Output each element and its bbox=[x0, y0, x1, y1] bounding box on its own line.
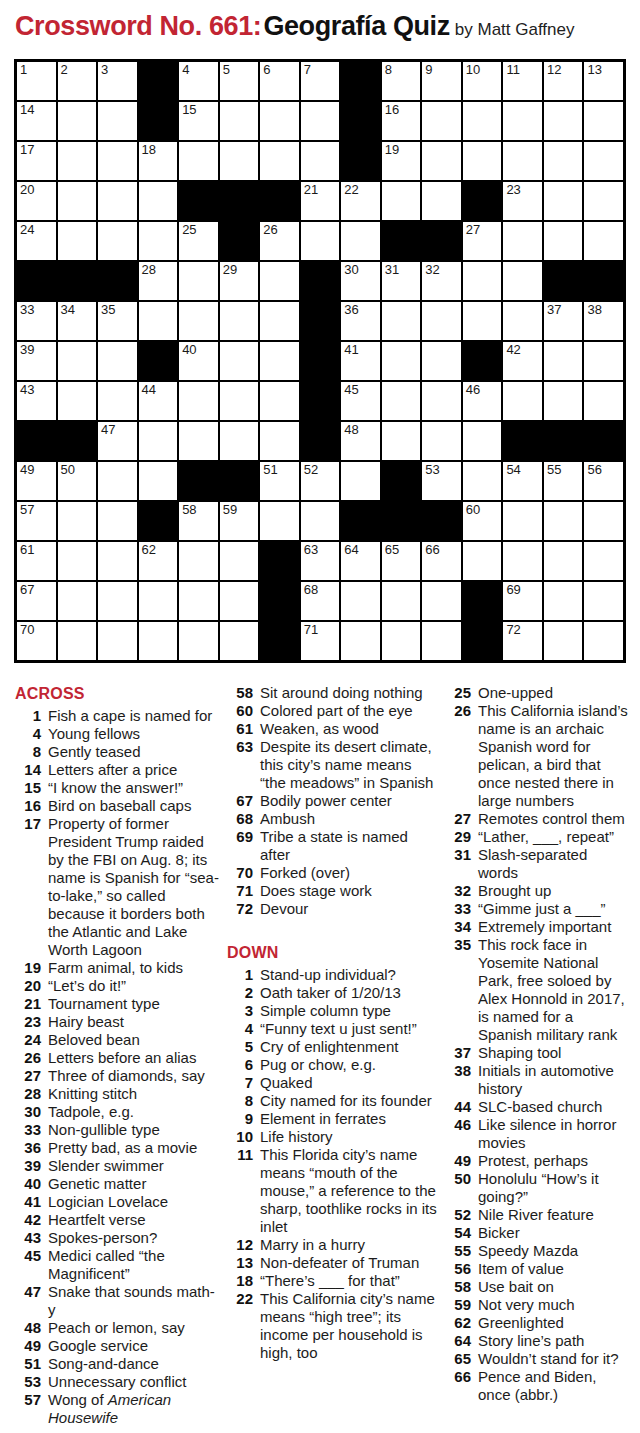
grid-cell-r11c9[interactable] bbox=[341, 462, 380, 500]
cell-number: 46 bbox=[466, 382, 480, 398]
grid-cell-r12c3[interactable] bbox=[98, 502, 137, 540]
clue-text: Hairy beast bbox=[48, 1013, 220, 1031]
grid-cell-r4c9[interactable]: 22 bbox=[341, 182, 380, 220]
clue-number: 16 bbox=[14, 797, 48, 815]
clue-text: Weaken, as wood bbox=[260, 720, 438, 738]
grid-cell-r1c6[interactable]: 5 bbox=[220, 62, 259, 100]
grid-cell-r13c15[interactable] bbox=[584, 542, 623, 580]
grid-cell-r5c14[interactable] bbox=[544, 222, 583, 260]
grid-cell-r4c1[interactable]: 20 bbox=[17, 182, 56, 220]
grid-cell-r6c11[interactable]: 32 bbox=[422, 262, 461, 300]
grid-cell-r4c10[interactable] bbox=[382, 182, 421, 220]
grid-cell-r9c5[interactable] bbox=[179, 382, 218, 420]
grid-cell-r1c1[interactable]: 1 bbox=[17, 62, 56, 100]
grid-cell-r3c2[interactable] bbox=[58, 142, 97, 180]
clue-number: 58 bbox=[444, 1278, 478, 1296]
clue-across-68: 68Ambush bbox=[226, 810, 438, 828]
grid-cell-r9c1[interactable]: 43 bbox=[17, 382, 56, 420]
clue-number: 26 bbox=[14, 1049, 48, 1067]
clue-number: 4 bbox=[14, 725, 48, 743]
grid-cell-r12c12[interactable]: 60 bbox=[463, 502, 502, 540]
grid-cell-r7c11[interactable] bbox=[422, 302, 461, 340]
grid-cell-r14c3[interactable] bbox=[98, 582, 137, 620]
cell-number: 18 bbox=[142, 142, 156, 158]
black-square bbox=[544, 262, 583, 300]
grid-cell-r3c5[interactable] bbox=[179, 142, 218, 180]
clue-text: Brought up bbox=[478, 882, 630, 900]
grid-cell-r6c4[interactable]: 28 bbox=[139, 262, 178, 300]
crossword-grid: 1234567891011121314151617181920212223242… bbox=[14, 59, 626, 663]
clue-down-52: 52Nile River feature bbox=[444, 1206, 630, 1224]
grid-cell-r5c5[interactable]: 25 bbox=[179, 222, 218, 260]
grid-cell-r4c13[interactable]: 23 bbox=[503, 182, 542, 220]
grid-cell-r4c3[interactable] bbox=[98, 182, 137, 220]
grid-cell-r12c1[interactable]: 57 bbox=[17, 502, 56, 540]
grid-cell-r15c9[interactable] bbox=[341, 622, 380, 660]
grid-cell-r7c13[interactable] bbox=[503, 302, 542, 340]
clue-down-33: 33“Gimme just a ___” bbox=[444, 900, 630, 918]
clue-number: 21 bbox=[14, 995, 48, 1013]
grid-cell-r13c9[interactable]: 64 bbox=[341, 542, 380, 580]
grid-cell-r4c4[interactable] bbox=[139, 182, 178, 220]
grid-cell-r13c5[interactable] bbox=[179, 542, 218, 580]
grid-cell-r5c15[interactable] bbox=[584, 222, 623, 260]
grid-cell-r5c3[interactable] bbox=[98, 222, 137, 260]
clue-text: Gently teased bbox=[48, 743, 220, 761]
grid-cell-r14c2[interactable] bbox=[58, 582, 97, 620]
clue-down-55: 55Speedy Mazda bbox=[444, 1242, 630, 1260]
grid-cell-r9c15[interactable] bbox=[584, 382, 623, 420]
black-square bbox=[584, 422, 623, 460]
cell-number: 54 bbox=[506, 462, 520, 478]
grid-cell-r3c7[interactable] bbox=[260, 142, 299, 180]
clue-number: 36 bbox=[14, 1139, 48, 1157]
cell-number: 70 bbox=[20, 622, 34, 638]
clue-number: 8 bbox=[226, 1092, 260, 1110]
clue-number: 4 bbox=[226, 1020, 260, 1038]
grid-cell-r15c11[interactable] bbox=[422, 622, 461, 660]
grid-cell-r3c15[interactable] bbox=[584, 142, 623, 180]
clue-column-3: 25One-upped26This California island’s na… bbox=[444, 684, 630, 1427]
grid-cell-r11c1[interactable]: 49 bbox=[17, 462, 56, 500]
across-header: ACROSS bbox=[15, 684, 220, 703]
grid-cell-r10c7[interactable] bbox=[260, 422, 299, 460]
clue-number: 9 bbox=[226, 1110, 260, 1128]
grid-cell-r13c13[interactable] bbox=[503, 542, 542, 580]
grid-cell-r5c4[interactable] bbox=[139, 222, 178, 260]
grid-cell-r7c9[interactable]: 36 bbox=[341, 302, 380, 340]
grid-cell-r15c3[interactable] bbox=[98, 622, 137, 660]
crossword-page: Crossword No. 661:Geografía Quizby Matt … bbox=[0, 0, 640, 1433]
clue-down-31: 31Slash-separated words bbox=[444, 846, 630, 882]
black-square bbox=[220, 222, 259, 260]
grid-cell-r5c2[interactable] bbox=[58, 222, 97, 260]
grid-cell-r13c2[interactable] bbox=[58, 542, 97, 580]
grid-cell-r12c8[interactable] bbox=[301, 502, 340, 540]
grid-cell-r5c9[interactable] bbox=[341, 222, 380, 260]
grid-cell-r3c11[interactable] bbox=[422, 142, 461, 180]
grid-cell-r7c7[interactable] bbox=[260, 302, 299, 340]
grid-cell-r11c14[interactable]: 55 bbox=[544, 462, 583, 500]
clue-across-15: 15“I know the answer!” bbox=[14, 779, 220, 797]
cell-number: 50 bbox=[61, 462, 75, 478]
clue-text: Heartfelt verse bbox=[48, 1211, 220, 1229]
grid-cell-r1c8[interactable]: 7 bbox=[301, 62, 340, 100]
grid-cell-r14c9[interactable] bbox=[341, 582, 380, 620]
grid-cell-r14c1[interactable]: 67 bbox=[17, 582, 56, 620]
clue-text: Forked (over) bbox=[260, 864, 438, 882]
grid-cell-r11c15[interactable]: 56 bbox=[584, 462, 623, 500]
grid-cell-r13c12[interactable] bbox=[463, 542, 502, 580]
grid-cell-r7c12[interactable] bbox=[463, 302, 502, 340]
grid-cell-r10c4[interactable] bbox=[139, 422, 178, 460]
grid-cell-r15c8[interactable]: 71 bbox=[301, 622, 340, 660]
grid-cell-r2c6[interactable] bbox=[220, 102, 259, 140]
grid-cell-r13c1[interactable]: 61 bbox=[17, 542, 56, 580]
clue-text: Pug or chow, e.g. bbox=[260, 1056, 438, 1074]
grid-cell-r13c11[interactable]: 66 bbox=[422, 542, 461, 580]
grid-cell-r13c10[interactable]: 65 bbox=[382, 542, 421, 580]
clue-number: 45 bbox=[14, 1247, 48, 1283]
clue-number: 32 bbox=[444, 882, 478, 900]
black-square bbox=[463, 582, 502, 620]
grid-cell-r14c14[interactable] bbox=[544, 582, 583, 620]
grid-cell-r1c7[interactable]: 6 bbox=[260, 62, 299, 100]
black-square bbox=[463, 622, 502, 660]
clue-across-8: 8Gently teased bbox=[14, 743, 220, 761]
black-square bbox=[463, 182, 502, 220]
byline: by Matt Gaffney bbox=[455, 20, 575, 39]
grid-cell-r14c5[interactable] bbox=[179, 582, 218, 620]
clue-across-60: 60Colored part of the eye bbox=[226, 702, 438, 720]
clue-down-22: 22This California city’s name means “hig… bbox=[226, 1290, 438, 1362]
grid-cell-r7c3[interactable]: 35 bbox=[98, 302, 137, 340]
grid-cell-r5c13[interactable] bbox=[503, 222, 542, 260]
grid-cell-r4c11[interactable] bbox=[422, 182, 461, 220]
grid-cell-r2c15[interactable] bbox=[584, 102, 623, 140]
grid-cell-r6c6[interactable]: 29 bbox=[220, 262, 259, 300]
grid-cell-r15c4[interactable] bbox=[139, 622, 178, 660]
clue-text: Item of value bbox=[478, 1260, 630, 1278]
grid-cell-r2c12[interactable] bbox=[463, 102, 502, 140]
grid-cell-r13c8[interactable]: 63 bbox=[301, 542, 340, 580]
clue-down-2: 2Oath taker of 1/20/13 bbox=[226, 984, 438, 1002]
grid-cell-r4c8[interactable]: 21 bbox=[301, 182, 340, 220]
cell-number: 14 bbox=[20, 102, 34, 118]
grid-cell-r9c3[interactable] bbox=[98, 382, 137, 420]
grid-cell-r1c5[interactable]: 4 bbox=[179, 62, 218, 100]
grid-cell-r10c12[interactable] bbox=[463, 422, 502, 460]
grid-cell-r8c15[interactable] bbox=[584, 342, 623, 380]
clue-number: 60 bbox=[226, 702, 260, 720]
grid-cell-r15c2[interactable] bbox=[58, 622, 97, 660]
grid-cell-r1c2[interactable]: 2 bbox=[58, 62, 97, 100]
clue-text: Cry of enlightenment bbox=[260, 1038, 438, 1056]
grid-cell-r9c12[interactable]: 46 bbox=[463, 382, 502, 420]
grid-cell-r5c7[interactable]: 26 bbox=[260, 222, 299, 260]
grid-cell-r15c1[interactable]: 70 bbox=[17, 622, 56, 660]
grid-cell-r7c15[interactable]: 38 bbox=[584, 302, 623, 340]
grid-cell-r3c12[interactable] bbox=[463, 142, 502, 180]
grid-cell-r15c6[interactable] bbox=[220, 622, 259, 660]
cell-number: 60 bbox=[466, 502, 480, 518]
clue-across-41: 41Logician Lovelace bbox=[14, 1193, 220, 1211]
clue-number: 49 bbox=[444, 1152, 478, 1170]
grid-cell-r10c3[interactable]: 47 bbox=[98, 422, 137, 460]
cell-number: 62 bbox=[142, 542, 156, 558]
grid-cell-r14c13[interactable]: 69 bbox=[503, 582, 542, 620]
grid-cell-r3c13[interactable] bbox=[503, 142, 542, 180]
clue-text: Spokes-person? bbox=[48, 1229, 220, 1247]
clue-number: 43 bbox=[14, 1229, 48, 1247]
grid-cell-r9c7[interactable] bbox=[260, 382, 299, 420]
grid-cell-r3c4[interactable]: 18 bbox=[139, 142, 178, 180]
clue-down-64: 64Story line’s path bbox=[444, 1332, 630, 1350]
clue-number: 56 bbox=[444, 1260, 478, 1278]
grid-cell-r1c11[interactable]: 9 bbox=[422, 62, 461, 100]
grid-cell-r7c1[interactable]: 33 bbox=[17, 302, 56, 340]
grid-cell-r7c14[interactable]: 37 bbox=[544, 302, 583, 340]
grid-cell-r8c10[interactable] bbox=[382, 342, 421, 380]
clue-down-13: 13Non-defeater of Truman bbox=[226, 1254, 438, 1272]
grid-cell-r6c5[interactable] bbox=[179, 262, 218, 300]
clue-text: Slash-separated words bbox=[478, 846, 630, 882]
clue-across-70: 70Forked (over) bbox=[226, 864, 438, 882]
clue-across-69: 69Tribe a state is named after bbox=[226, 828, 438, 864]
clue-text: Protest, perhaps bbox=[478, 1152, 630, 1170]
cell-number: 24 bbox=[20, 222, 34, 238]
grid-cell-r14c6[interactable] bbox=[220, 582, 259, 620]
grid-cell-r7c5[interactable] bbox=[179, 302, 218, 340]
black-square bbox=[584, 262, 623, 300]
grid-cell-r1c13[interactable]: 11 bbox=[503, 62, 542, 100]
grid-cell-r6c7[interactable] bbox=[260, 262, 299, 300]
grid-cell-r3c6[interactable] bbox=[220, 142, 259, 180]
grid-cell-r11c3[interactable] bbox=[98, 462, 137, 500]
grid-cell-r1c10[interactable]: 8 bbox=[382, 62, 421, 100]
grid-cell-r11c2[interactable]: 50 bbox=[58, 462, 97, 500]
black-square bbox=[139, 102, 178, 140]
cell-number: 15 bbox=[182, 102, 196, 118]
grid-cell-r9c10[interactable] bbox=[382, 382, 421, 420]
grid-cell-r15c10[interactable] bbox=[382, 622, 421, 660]
clue-down-58: 58Use bait on bbox=[444, 1278, 630, 1296]
grid-cell-r2c2[interactable] bbox=[58, 102, 97, 140]
grid-cell-r11c12[interactable] bbox=[463, 462, 502, 500]
cell-number: 71 bbox=[304, 622, 318, 638]
grid-cell-r2c1[interactable]: 14 bbox=[17, 102, 56, 140]
cell-number: 45 bbox=[344, 382, 358, 398]
clue-number: 26 bbox=[444, 702, 478, 810]
grid-cell-r12c14[interactable] bbox=[544, 502, 583, 540]
grid-cell-r2c10[interactable]: 16 bbox=[382, 102, 421, 140]
clue-number: 51 bbox=[14, 1355, 48, 1373]
grid-cell-r13c14[interactable] bbox=[544, 542, 583, 580]
cell-number: 43 bbox=[20, 382, 34, 398]
grid-cell-r11c11[interactable]: 53 bbox=[422, 462, 461, 500]
clue-text: Song-and-dance bbox=[48, 1355, 220, 1373]
grid-cell-r14c11[interactable] bbox=[422, 582, 461, 620]
clue-down-38: 38Initials in automotive history bbox=[444, 1062, 630, 1098]
clue-text: “Let’s do it!” bbox=[48, 977, 220, 995]
grid-cell-r7c6[interactable] bbox=[220, 302, 259, 340]
grid-cell-r8c5[interactable]: 40 bbox=[179, 342, 218, 380]
grid-cell-r11c13[interactable]: 54 bbox=[503, 462, 542, 500]
grid-cell-r15c14[interactable] bbox=[544, 622, 583, 660]
clue-number: 10 bbox=[226, 1128, 260, 1146]
grid-cell-r9c2[interactable] bbox=[58, 382, 97, 420]
grid-cell-r15c15[interactable] bbox=[584, 622, 623, 660]
grid-cell-r4c15[interactable] bbox=[584, 182, 623, 220]
grid-cell-r7c10[interactable] bbox=[382, 302, 421, 340]
cell-number: 7 bbox=[304, 62, 311, 78]
grid-cell-r1c12[interactable]: 10 bbox=[463, 62, 502, 100]
grid-cell-r12c15[interactable] bbox=[584, 502, 623, 540]
grid-cell-r12c5[interactable]: 58 bbox=[179, 502, 218, 540]
black-square bbox=[503, 422, 542, 460]
grid-cell-r9c13[interactable] bbox=[503, 382, 542, 420]
grid-cell-r3c14[interactable] bbox=[544, 142, 583, 180]
clue-number: 19 bbox=[14, 959, 48, 977]
clue-down-32: 32Brought up bbox=[444, 882, 630, 900]
cell-number: 68 bbox=[304, 582, 318, 598]
grid-cell-r15c13[interactable]: 72 bbox=[503, 622, 542, 660]
grid-cell-r14c15[interactable] bbox=[584, 582, 623, 620]
grid-cell-r10c5[interactable] bbox=[179, 422, 218, 460]
clue-down-54: 54Bicker bbox=[444, 1224, 630, 1242]
clue-text: City named for its founder bbox=[260, 1092, 438, 1110]
grid-cell-r12c7[interactable] bbox=[260, 502, 299, 540]
clue-text: Snake that sounds math-y bbox=[48, 1283, 220, 1319]
grid-cell-r9c11[interactable] bbox=[422, 382, 461, 420]
grid-cell-r1c14[interactable]: 12 bbox=[544, 62, 583, 100]
grid-cell-r14c4[interactable] bbox=[139, 582, 178, 620]
clue-number: 31 bbox=[444, 846, 478, 882]
grid-cell-r5c12[interactable]: 27 bbox=[463, 222, 502, 260]
grid-cell-r2c5[interactable]: 15 bbox=[179, 102, 218, 140]
grid-cell-r8c3[interactable] bbox=[98, 342, 137, 380]
clue-across-42: 42Heartfelt verse bbox=[14, 1211, 220, 1229]
clue-text: Three of diamonds, say bbox=[48, 1067, 220, 1085]
cell-number: 4 bbox=[182, 62, 189, 78]
grid-cell-r5c1[interactable]: 24 bbox=[17, 222, 56, 260]
grid-cell-r14c8[interactable]: 68 bbox=[301, 582, 340, 620]
cell-number: 55 bbox=[547, 462, 561, 478]
clue-down-27: 27Remotes control them bbox=[444, 810, 630, 828]
clue-across-14: 14Letters after a price bbox=[14, 761, 220, 779]
grid-cell-r10c11[interactable] bbox=[422, 422, 461, 460]
clue-text: Logician Lovelace bbox=[48, 1193, 220, 1211]
clue-across-17: 17Property of former President Trump rai… bbox=[14, 815, 220, 959]
clue-text: This California city’s name means “high … bbox=[260, 1290, 438, 1362]
clue-across-28: 28Knitting stitch bbox=[14, 1085, 220, 1103]
clue-number: 25 bbox=[444, 684, 478, 702]
grid-cell-r13c4[interactable]: 62 bbox=[139, 542, 178, 580]
clue-text: Google service bbox=[48, 1337, 220, 1355]
grid-cell-r8c11[interactable] bbox=[422, 342, 461, 380]
grid-cell-r13c6[interactable] bbox=[220, 542, 259, 580]
grid-cell-r2c13[interactable] bbox=[503, 102, 542, 140]
grid-cell-r8c1[interactable]: 39 bbox=[17, 342, 56, 380]
grid-cell-r10c9[interactable]: 48 bbox=[341, 422, 380, 460]
grid-cell-r10c10[interactable] bbox=[382, 422, 421, 460]
grid-cell-r5c8[interactable] bbox=[301, 222, 340, 260]
grid-cell-r4c14[interactable] bbox=[544, 182, 583, 220]
grid-cell-r3c8[interactable] bbox=[301, 142, 340, 180]
grid-cell-r1c15[interactable]: 13 bbox=[584, 62, 623, 100]
clue-number: 69 bbox=[226, 828, 260, 864]
grid-cell-r11c4[interactable] bbox=[139, 462, 178, 500]
black-square bbox=[382, 222, 421, 260]
grid-cell-r11c7[interactable]: 51 bbox=[260, 462, 299, 500]
black-square bbox=[301, 302, 340, 340]
clue-text: “Gimme just a ___” bbox=[478, 900, 630, 918]
cell-number: 66 bbox=[425, 542, 439, 558]
grid-cell-r11c8[interactable]: 52 bbox=[301, 462, 340, 500]
grid-cell-r2c3[interactable] bbox=[98, 102, 137, 140]
grid-cell-r6c9[interactable]: 30 bbox=[341, 262, 380, 300]
grid-cell-r4c2[interactable] bbox=[58, 182, 97, 220]
grid-cell-r6c13[interactable] bbox=[503, 262, 542, 300]
grid-cell-r10c6[interactable] bbox=[220, 422, 259, 460]
grid-cell-r2c11[interactable] bbox=[422, 102, 461, 140]
clue-text: Stand-up individual? bbox=[260, 966, 438, 984]
clue-across-72: 72Devour bbox=[226, 900, 438, 918]
grid-cell-r6c10[interactable]: 31 bbox=[382, 262, 421, 300]
grid-cell-r12c2[interactable] bbox=[58, 502, 97, 540]
grid-cell-r8c13[interactable]: 42 bbox=[503, 342, 542, 380]
grid-cell-r8c7[interactable] bbox=[260, 342, 299, 380]
grid-cell-r6c12[interactable] bbox=[463, 262, 502, 300]
black-square bbox=[301, 342, 340, 380]
grid-cell-r1c3[interactable]: 3 bbox=[98, 62, 137, 100]
clue-text: “Funny text u just sent!” bbox=[260, 1020, 438, 1038]
cell-number: 48 bbox=[344, 422, 358, 438]
grid-cell-r3c10[interactable]: 19 bbox=[382, 142, 421, 180]
grid-cell-r2c7[interactable] bbox=[260, 102, 299, 140]
grid-cell-r13c3[interactable] bbox=[98, 542, 137, 580]
grid-cell-r12c13[interactable] bbox=[503, 502, 542, 540]
grid-cell-r12c6[interactable]: 59 bbox=[220, 502, 259, 540]
clue-down-66: 66Pence and Biden, once (abbr.) bbox=[444, 1368, 630, 1404]
grid-cell-r15c5[interactable] bbox=[179, 622, 218, 660]
grid-cell-r9c4[interactable]: 44 bbox=[139, 382, 178, 420]
grid-cell-r7c4[interactable] bbox=[139, 302, 178, 340]
black-square bbox=[341, 142, 380, 180]
grid-cell-r3c1[interactable]: 17 bbox=[17, 142, 56, 180]
cell-number: 10 bbox=[466, 62, 480, 78]
grid-cell-r14c10[interactable] bbox=[382, 582, 421, 620]
clue-number: 57 bbox=[14, 1391, 48, 1427]
clue-text: Wong of American Housewife bbox=[48, 1391, 220, 1427]
grid-cell-r8c14[interactable] bbox=[544, 342, 583, 380]
grid-cell-r8c2[interactable] bbox=[58, 342, 97, 380]
clue-text: Unnecessary conflict bbox=[48, 1373, 220, 1391]
clue-across-47: 47Snake that sounds math-y bbox=[14, 1283, 220, 1319]
clue-down-9: 9Element in ferrates bbox=[226, 1110, 438, 1128]
clue-text: Story line’s path bbox=[478, 1332, 630, 1350]
grid-cell-r9c6[interactable] bbox=[220, 382, 259, 420]
grid-cell-r2c14[interactable] bbox=[544, 102, 583, 140]
grid-cell-r9c9[interactable]: 45 bbox=[341, 382, 380, 420]
grid-cell-r3c3[interactable] bbox=[98, 142, 137, 180]
grid-cell-r2c8[interactable] bbox=[301, 102, 340, 140]
grid-cell-r7c2[interactable]: 34 bbox=[58, 302, 97, 340]
clue-text: Genetic matter bbox=[48, 1175, 220, 1193]
grid-cell-r8c6[interactable] bbox=[220, 342, 259, 380]
grid-cell-r9c14[interactable] bbox=[544, 382, 583, 420]
grid-cell-r8c9[interactable]: 41 bbox=[341, 342, 380, 380]
